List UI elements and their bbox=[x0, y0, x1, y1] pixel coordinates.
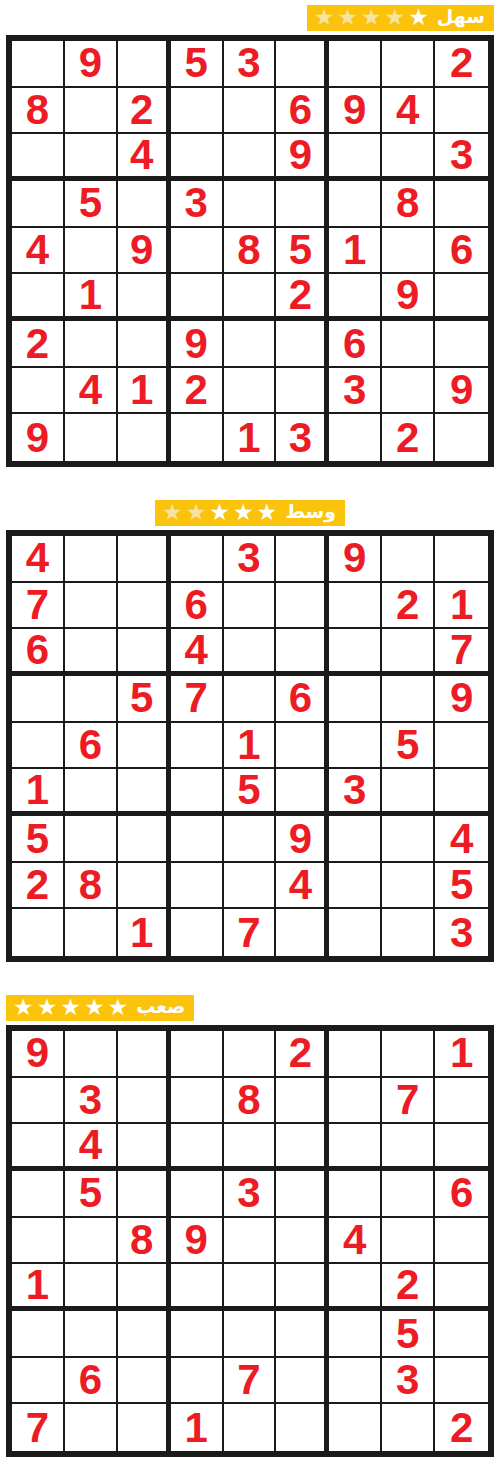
cell-r7c6[interactable] bbox=[276, 321, 329, 368]
cell-r5c9[interactable] bbox=[435, 723, 488, 770]
cell-r9c5: 1 bbox=[224, 414, 277, 461]
cell-r5c1[interactable] bbox=[12, 723, 65, 770]
cell-r9c2[interactable] bbox=[65, 414, 118, 461]
puzzle-section-medium: ★★★★★ وسط 439762164757696151535942845173 bbox=[0, 500, 500, 962]
star-filled-icon: ★ bbox=[108, 996, 129, 1019]
cell-r4c9: 9 bbox=[435, 676, 488, 723]
cell-r4c2[interactable] bbox=[65, 676, 118, 723]
cell-r7c2[interactable] bbox=[65, 1311, 118, 1358]
cell-r2c1: 7 bbox=[12, 583, 65, 630]
cell-r2c6[interactable] bbox=[276, 1078, 329, 1125]
cell-r1c9[interactable] bbox=[435, 536, 488, 583]
cell-r7c1: 5 bbox=[12, 816, 65, 863]
cell-r4c6[interactable] bbox=[276, 181, 329, 228]
cell-r4c6[interactable] bbox=[276, 1171, 329, 1218]
cell-r5c8[interactable] bbox=[382, 1218, 435, 1265]
cell-r1c8[interactable] bbox=[382, 536, 435, 583]
cell-r8c3[interactable] bbox=[118, 1358, 171, 1405]
cell-r8c7[interactable] bbox=[329, 1358, 382, 1405]
star-empty-icon: ★ bbox=[337, 6, 358, 29]
star-filled-icon: ★ bbox=[60, 996, 81, 1019]
star-filled-icon: ★ bbox=[408, 6, 429, 29]
cell-r9c7[interactable] bbox=[329, 909, 382, 956]
cell-r5c8: 5 bbox=[382, 723, 435, 770]
cell-r6c3[interactable] bbox=[118, 769, 171, 816]
cell-r2c1: 8 bbox=[12, 88, 65, 135]
cell-r9c3[interactable] bbox=[118, 414, 171, 461]
cell-r8c1[interactable] bbox=[12, 1358, 65, 1405]
cell-r9c9: 3 bbox=[435, 909, 488, 956]
cell-r3c5[interactable] bbox=[224, 1124, 277, 1171]
cell-r6c6[interactable] bbox=[276, 769, 329, 816]
cell-r4c3: 5 bbox=[118, 676, 171, 723]
cell-r6c4[interactable] bbox=[171, 769, 224, 816]
star-filled-icon: ★ bbox=[13, 996, 34, 1019]
cell-r3c9: 7 bbox=[435, 629, 488, 676]
cell-r8c6[interactable] bbox=[276, 368, 329, 415]
cell-r2c6[interactable] bbox=[276, 583, 329, 630]
difficulty-badge-hard: ★★★★★ صعب bbox=[6, 995, 194, 1021]
cell-r3c9[interactable] bbox=[435, 1124, 488, 1171]
cell-r1c2[interactable] bbox=[65, 536, 118, 583]
star-filled-icon: ★ bbox=[209, 501, 230, 524]
cell-r2c2[interactable] bbox=[65, 88, 118, 135]
cell-r7c8: 5 bbox=[382, 1311, 435, 1358]
cell-r5c2[interactable] bbox=[65, 1218, 118, 1265]
cell-r8c5[interactable] bbox=[224, 863, 277, 910]
cell-r1c7: 9 bbox=[329, 536, 382, 583]
cell-r7c9[interactable] bbox=[435, 1311, 488, 1358]
cell-r7c3[interactable] bbox=[118, 816, 171, 863]
cell-r6c7[interactable] bbox=[329, 274, 382, 321]
cell-r5c4[interactable] bbox=[171, 723, 224, 770]
cell-r5c9[interactable] bbox=[435, 1218, 488, 1265]
cell-r2c4[interactable] bbox=[171, 1078, 224, 1125]
cell-r5c5: 8 bbox=[224, 228, 277, 275]
cell-r7c4[interactable] bbox=[171, 816, 224, 863]
star-empty-icon: ★ bbox=[314, 6, 335, 29]
cell-r8c1: 2 bbox=[12, 863, 65, 910]
cell-r9c1: 7 bbox=[12, 1404, 65, 1451]
cell-r7c4[interactable] bbox=[171, 1311, 224, 1358]
cell-r8c9[interactable] bbox=[435, 1358, 488, 1405]
cell-r5c2: 6 bbox=[65, 723, 118, 770]
cell-r6c3[interactable] bbox=[118, 1264, 171, 1311]
star-empty-icon: ★ bbox=[162, 501, 183, 524]
cell-r3c6[interactable] bbox=[276, 629, 329, 676]
cell-r3c9: 3 bbox=[435, 134, 488, 181]
star-filled-icon: ★ bbox=[233, 501, 254, 524]
sudoku-board-medium: 439762164757696151535942845173 bbox=[6, 530, 494, 962]
cell-r5c5: 1 bbox=[224, 723, 277, 770]
cell-r8c9: 9 bbox=[435, 368, 488, 415]
cell-r5c6: 5 bbox=[276, 228, 329, 275]
cell-r1c5[interactable] bbox=[224, 1031, 277, 1078]
cell-r6c2: 1 bbox=[65, 274, 118, 321]
cell-r2c8: 7 bbox=[382, 1078, 435, 1125]
cell-r7c3[interactable] bbox=[118, 321, 171, 368]
cell-r9c7[interactable] bbox=[329, 1404, 382, 1451]
cell-r6c4[interactable] bbox=[171, 274, 224, 321]
cell-r8c2: 6 bbox=[65, 1358, 118, 1405]
cell-r8c2: 8 bbox=[65, 863, 118, 910]
cell-r6c8: 9 bbox=[382, 274, 435, 321]
cell-r9c6[interactable] bbox=[276, 909, 329, 956]
cell-r5c4[interactable] bbox=[171, 228, 224, 275]
cell-r6c1[interactable] bbox=[12, 274, 65, 321]
cell-r3c8[interactable] bbox=[382, 629, 435, 676]
cell-r4c4[interactable] bbox=[171, 1171, 224, 1218]
cell-r6c9[interactable] bbox=[435, 769, 488, 816]
star-filled-icon: ★ bbox=[84, 996, 105, 1019]
cell-r7c5[interactable] bbox=[224, 816, 277, 863]
cell-r9c9[interactable] bbox=[435, 414, 488, 461]
cell-r2c7[interactable] bbox=[329, 583, 382, 630]
cell-r7c1[interactable] bbox=[12, 1311, 65, 1358]
cell-r3c3: 4 bbox=[118, 134, 171, 181]
cell-r4c4: 7 bbox=[171, 676, 224, 723]
cell-r3c4[interactable] bbox=[171, 134, 224, 181]
label-row-hard: ★★★★★ صعب bbox=[0, 995, 500, 1021]
cell-r2c3[interactable] bbox=[118, 583, 171, 630]
cell-r3c7[interactable] bbox=[329, 134, 382, 181]
cell-r8c4[interactable] bbox=[171, 1358, 224, 1405]
cell-r8c4: 2 bbox=[171, 368, 224, 415]
cell-r1c5: 3 bbox=[224, 536, 277, 583]
cell-r6c8: 2 bbox=[382, 1264, 435, 1311]
cell-r3c2[interactable] bbox=[65, 134, 118, 181]
puzzle-section-easy: ★★★★★ سهل 953282694493538498516129296412… bbox=[0, 5, 500, 467]
cell-r1c3[interactable] bbox=[118, 1031, 171, 1078]
cell-r4c3[interactable] bbox=[118, 181, 171, 228]
cell-r3c7[interactable] bbox=[329, 1124, 382, 1171]
cell-r5c3: 9 bbox=[118, 228, 171, 275]
cell-r1c9: 1 bbox=[435, 1031, 488, 1078]
cell-r7c9[interactable] bbox=[435, 321, 488, 368]
cell-r5c1[interactable] bbox=[12, 1218, 65, 1265]
cell-r3c1: 6 bbox=[12, 629, 65, 676]
cell-r3c7[interactable] bbox=[329, 629, 382, 676]
cell-r9c1: 9 bbox=[12, 414, 65, 461]
cell-r6c2[interactable] bbox=[65, 769, 118, 816]
label-row-medium: ★★★★★ وسط bbox=[0, 500, 500, 526]
cell-r5c6[interactable] bbox=[276, 723, 329, 770]
difficulty-text-hard: صعب bbox=[136, 997, 185, 1016]
cell-r8c7: 3 bbox=[329, 368, 382, 415]
cell-r2c9: 1 bbox=[435, 583, 488, 630]
cell-r6c9[interactable] bbox=[435, 1264, 488, 1311]
cell-r4c1[interactable] bbox=[12, 181, 65, 228]
cell-r5c3: 8 bbox=[118, 1218, 171, 1265]
cell-r7c8[interactable] bbox=[382, 816, 435, 863]
cell-r3c4: 4 bbox=[171, 629, 224, 676]
cell-r2c8: 2 bbox=[382, 583, 435, 630]
cell-r8c8[interactable] bbox=[382, 368, 435, 415]
cell-r5c5[interactable] bbox=[224, 1218, 277, 1265]
cell-r2c2[interactable] bbox=[65, 583, 118, 630]
cell-r6c1: 1 bbox=[12, 769, 65, 816]
cell-r9c4[interactable] bbox=[171, 909, 224, 956]
difficulty-text-easy: سهل bbox=[437, 7, 485, 26]
cell-r1c7[interactable] bbox=[329, 41, 382, 88]
cell-r6c5[interactable] bbox=[224, 274, 277, 321]
cell-r3c6[interactable] bbox=[276, 1124, 329, 1171]
cell-r4c5: 3 bbox=[224, 1171, 277, 1218]
cell-r4c7[interactable] bbox=[329, 181, 382, 228]
cell-r9c5[interactable] bbox=[224, 1404, 277, 1451]
star-filled-icon: ★ bbox=[257, 501, 278, 524]
star-rating-easy: ★★★★★ bbox=[314, 6, 429, 29]
cell-r3c3[interactable] bbox=[118, 629, 171, 676]
cell-r1c3[interactable] bbox=[118, 41, 171, 88]
cell-r7c7[interactable] bbox=[329, 1311, 382, 1358]
cell-r5c8[interactable] bbox=[382, 228, 435, 275]
cell-r3c8[interactable] bbox=[382, 134, 435, 181]
cell-r8c8: 3 bbox=[382, 1358, 435, 1405]
cell-r1c1: 9 bbox=[12, 1031, 65, 1078]
sudoku-page: ★★★★★ سهل 953282694493538498516129296412… bbox=[0, 0, 500, 1457]
cell-r1c6[interactable] bbox=[276, 41, 329, 88]
cell-r9c2[interactable] bbox=[65, 1404, 118, 1451]
cell-r9c2[interactable] bbox=[65, 909, 118, 956]
cell-r8c1[interactable] bbox=[12, 368, 65, 415]
cell-r4c2: 5 bbox=[65, 1171, 118, 1218]
cell-r2c4: 6 bbox=[171, 583, 224, 630]
cell-r4c7[interactable] bbox=[329, 1171, 382, 1218]
cell-r2c8: 4 bbox=[382, 88, 435, 135]
cell-r4c9[interactable] bbox=[435, 181, 488, 228]
star-rating-hard: ★★★★★ bbox=[13, 996, 128, 1019]
cell-r9c1[interactable] bbox=[12, 909, 65, 956]
cell-r2c5[interactable] bbox=[224, 583, 277, 630]
cell-r4c8: 8 bbox=[382, 181, 435, 228]
cell-r3c8[interactable] bbox=[382, 1124, 435, 1171]
cell-r4c4: 3 bbox=[171, 181, 224, 228]
cell-r3c5[interactable] bbox=[224, 134, 277, 181]
cell-r7c5[interactable] bbox=[224, 1311, 277, 1358]
cell-r5c7: 1 bbox=[329, 228, 382, 275]
star-rating-medium: ★★★★★ bbox=[162, 501, 277, 524]
cell-r6c4[interactable] bbox=[171, 1264, 224, 1311]
cell-r2c2: 3 bbox=[65, 1078, 118, 1125]
cell-r8c6: 4 bbox=[276, 863, 329, 910]
cell-r7c6[interactable] bbox=[276, 1311, 329, 1358]
cell-r6c9[interactable] bbox=[435, 274, 488, 321]
label-row-easy: ★★★★★ سهل bbox=[0, 5, 500, 31]
cell-r7c9: 4 bbox=[435, 816, 488, 863]
cell-r9c4: 1 bbox=[171, 1404, 224, 1451]
cell-r6c6[interactable] bbox=[276, 1264, 329, 1311]
cell-r2c3[interactable] bbox=[118, 1078, 171, 1125]
cell-r9c8: 2 bbox=[382, 414, 435, 461]
cell-r8c4[interactable] bbox=[171, 863, 224, 910]
difficulty-badge-easy: ★★★★★ سهل bbox=[307, 5, 494, 31]
cell-r7c5[interactable] bbox=[224, 321, 277, 368]
cell-r9c5: 7 bbox=[224, 909, 277, 956]
cell-r7c2[interactable] bbox=[65, 816, 118, 863]
cell-r7c7: 6 bbox=[329, 321, 382, 368]
cell-r9c8[interactable] bbox=[382, 1404, 435, 1451]
cell-r2c5[interactable] bbox=[224, 88, 277, 135]
cell-r5c7: 4 bbox=[329, 1218, 382, 1265]
star-empty-icon: ★ bbox=[385, 6, 406, 29]
cell-r9c9: 2 bbox=[435, 1404, 488, 1451]
cell-r5c2[interactable] bbox=[65, 228, 118, 275]
cell-r1c4[interactable] bbox=[171, 1031, 224, 1078]
cell-r9c7[interactable] bbox=[329, 414, 382, 461]
cell-r1c9: 2 bbox=[435, 41, 488, 88]
cell-r1c3[interactable] bbox=[118, 536, 171, 583]
cell-r4c5[interactable] bbox=[224, 676, 277, 723]
cell-r5c4: 9 bbox=[171, 1218, 224, 1265]
cell-r8c7[interactable] bbox=[329, 863, 382, 910]
cell-r1c8[interactable] bbox=[382, 1031, 435, 1078]
cell-r7c4: 9 bbox=[171, 321, 224, 368]
cell-r4c5[interactable] bbox=[224, 181, 277, 228]
cell-r6c3[interactable] bbox=[118, 274, 171, 321]
cell-r9c6[interactable] bbox=[276, 1404, 329, 1451]
cell-r7c8[interactable] bbox=[382, 321, 435, 368]
cell-r1c7[interactable] bbox=[329, 1031, 382, 1078]
cell-r5c1: 4 bbox=[12, 228, 65, 275]
cell-r4c8[interactable] bbox=[382, 1171, 435, 1218]
sudoku-board-easy: 953282694493538498516129296412399132 bbox=[6, 35, 494, 467]
cell-r1c1[interactable] bbox=[12, 41, 65, 88]
cell-r1c6: 2 bbox=[276, 1031, 329, 1078]
cell-r1c6[interactable] bbox=[276, 536, 329, 583]
cell-r4c6: 6 bbox=[276, 676, 329, 723]
cell-r2c7[interactable] bbox=[329, 1078, 382, 1125]
cell-r3c2[interactable] bbox=[65, 629, 118, 676]
cell-r2c6: 6 bbox=[276, 88, 329, 135]
difficulty-badge-medium: ★★★★★ وسط bbox=[155, 500, 345, 526]
cell-r1c5: 3 bbox=[224, 41, 277, 88]
cell-r3c6: 9 bbox=[276, 134, 329, 181]
cell-r8c3: 1 bbox=[118, 368, 171, 415]
cell-r6c5: 5 bbox=[224, 769, 277, 816]
cell-r5c7[interactable] bbox=[329, 723, 382, 770]
cell-r3c3[interactable] bbox=[118, 1124, 171, 1171]
cell-r1c8[interactable] bbox=[382, 41, 435, 88]
cell-r8c5: 7 bbox=[224, 1358, 277, 1405]
cell-r4c1[interactable] bbox=[12, 1171, 65, 1218]
cell-r6c7[interactable] bbox=[329, 1264, 382, 1311]
cell-r2c4[interactable] bbox=[171, 88, 224, 135]
cell-r6c7: 3 bbox=[329, 769, 382, 816]
cell-r6c1: 1 bbox=[12, 1264, 65, 1311]
cell-r5c3[interactable] bbox=[118, 723, 171, 770]
cell-r3c1[interactable] bbox=[12, 134, 65, 181]
cell-r9c3[interactable] bbox=[118, 1404, 171, 1451]
cell-r2c9[interactable] bbox=[435, 88, 488, 135]
puzzle-section-hard: ★★★★★ صعب 9213874536894125673712 bbox=[0, 995, 500, 1457]
cell-r3c1[interactable] bbox=[12, 1124, 65, 1171]
cell-r7c1: 2 bbox=[12, 321, 65, 368]
cell-r6c5[interactable] bbox=[224, 1264, 277, 1311]
cell-r3c5[interactable] bbox=[224, 629, 277, 676]
cell-r6c6: 2 bbox=[276, 274, 329, 321]
cell-r7c6: 9 bbox=[276, 816, 329, 863]
cell-r1c2: 9 bbox=[65, 41, 118, 88]
cell-r1c1: 4 bbox=[12, 536, 65, 583]
cell-r4c1[interactable] bbox=[12, 676, 65, 723]
cell-r5c9: 6 bbox=[435, 228, 488, 275]
cell-r9c4[interactable] bbox=[171, 414, 224, 461]
cell-r4c2: 5 bbox=[65, 181, 118, 228]
cell-r4c8[interactable] bbox=[382, 676, 435, 723]
cell-r1c4[interactable] bbox=[171, 536, 224, 583]
cell-r2c1[interactable] bbox=[12, 1078, 65, 1125]
star-empty-icon: ★ bbox=[361, 6, 382, 29]
cell-r4c7[interactable] bbox=[329, 676, 382, 723]
difficulty-text-medium: وسط bbox=[285, 502, 336, 521]
cell-r9c6: 3 bbox=[276, 414, 329, 461]
cell-r8c9: 5 bbox=[435, 863, 488, 910]
cell-r9c3: 1 bbox=[118, 909, 171, 956]
cell-r2c7: 9 bbox=[329, 88, 382, 135]
cell-r6c8[interactable] bbox=[382, 769, 435, 816]
cell-r8c8[interactable] bbox=[382, 863, 435, 910]
sudoku-board-hard: 9213874536894125673712 bbox=[6, 1025, 494, 1457]
cell-r2c3: 2 bbox=[118, 88, 171, 135]
cell-r3c2: 4 bbox=[65, 1124, 118, 1171]
cell-r2c9[interactable] bbox=[435, 1078, 488, 1125]
cell-r1c2[interactable] bbox=[65, 1031, 118, 1078]
star-filled-icon: ★ bbox=[37, 996, 58, 1019]
cell-r4c9: 6 bbox=[435, 1171, 488, 1218]
star-empty-icon: ★ bbox=[186, 501, 207, 524]
cell-r7c7[interactable] bbox=[329, 816, 382, 863]
cell-r8c3[interactable] bbox=[118, 863, 171, 910]
cell-r2c5: 8 bbox=[224, 1078, 277, 1125]
cell-r8c5[interactable] bbox=[224, 368, 277, 415]
cell-r8c6[interactable] bbox=[276, 1358, 329, 1405]
cell-r1c4: 5 bbox=[171, 41, 224, 88]
cell-r3c4[interactable] bbox=[171, 1124, 224, 1171]
cell-r5c6[interactable] bbox=[276, 1218, 329, 1265]
cell-r6c2[interactable] bbox=[65, 1264, 118, 1311]
cell-r8c2: 4 bbox=[65, 368, 118, 415]
cell-r9c8[interactable] bbox=[382, 909, 435, 956]
cell-r7c2[interactable] bbox=[65, 321, 118, 368]
cell-r4c3[interactable] bbox=[118, 1171, 171, 1218]
cell-r7c3[interactable] bbox=[118, 1311, 171, 1358]
